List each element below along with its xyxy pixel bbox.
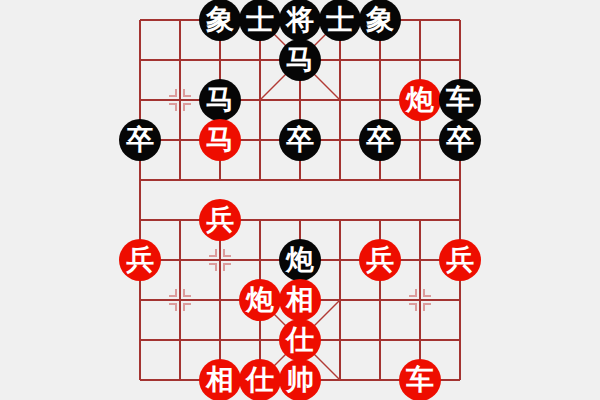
piece-red-soldier[interactable]: 兵 bbox=[439, 239, 481, 281]
piece-red-advisor[interactable]: 仕 bbox=[239, 359, 281, 400]
piece-black-soldier[interactable]: 卒 bbox=[359, 119, 401, 161]
piece-black-soldier[interactable]: 卒 bbox=[439, 119, 481, 161]
piece-red-soldier[interactable]: 兵 bbox=[359, 239, 401, 281]
piece-black-general[interactable]: 将 bbox=[279, 0, 321, 41]
xiangqi-board: 象士将士象马马炮车卒马卒卒卒兵兵炮兵兵炮相仕相仕帅车 bbox=[0, 0, 600, 400]
piece-red-horse[interactable]: 马 bbox=[199, 119, 241, 161]
piece-black-advisor[interactable]: 士 bbox=[239, 0, 281, 41]
piece-black-horse[interactable]: 马 bbox=[199, 79, 241, 121]
piece-red-advisor[interactable]: 仕 bbox=[279, 319, 321, 361]
piece-black-elephant[interactable]: 象 bbox=[359, 0, 401, 41]
piece-black-horse[interactable]: 马 bbox=[279, 39, 321, 81]
piece-layer: 象士将士象马马炮车卒马卒卒卒兵兵炮兵兵炮相仕相仕帅车 bbox=[120, 0, 480, 400]
piece-red-general[interactable]: 帅 bbox=[279, 359, 321, 400]
piece-red-cannon[interactable]: 炮 bbox=[399, 79, 441, 121]
piece-red-elephant[interactable]: 相 bbox=[199, 359, 241, 400]
piece-black-soldier[interactable]: 卒 bbox=[279, 119, 321, 161]
piece-black-soldier[interactable]: 卒 bbox=[119, 119, 161, 161]
piece-red-chariot[interactable]: 车 bbox=[399, 359, 441, 400]
piece-red-soldier[interactable]: 兵 bbox=[119, 239, 161, 281]
piece-black-chariot[interactable]: 车 bbox=[439, 79, 481, 121]
piece-black-advisor[interactable]: 士 bbox=[319, 0, 361, 41]
piece-red-elephant[interactable]: 相 bbox=[279, 279, 321, 321]
piece-black-elephant[interactable]: 象 bbox=[199, 0, 241, 41]
piece-black-cannon[interactable]: 炮 bbox=[279, 239, 321, 281]
piece-red-soldier[interactable]: 兵 bbox=[199, 199, 241, 241]
piece-red-cannon[interactable]: 炮 bbox=[239, 279, 281, 321]
